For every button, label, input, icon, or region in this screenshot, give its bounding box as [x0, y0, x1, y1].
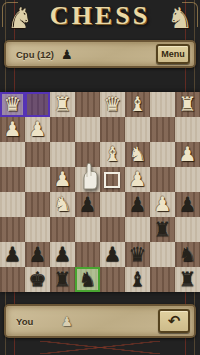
drag-hand-cursor-icon	[77, 160, 101, 190]
square-b7[interactable]: ♟	[25, 117, 50, 142]
black-pawn: ♟	[175, 192, 200, 217]
square-e1[interactable]	[100, 267, 125, 292]
white-pawn: ♟	[175, 142, 200, 167]
square-c7[interactable]	[50, 117, 75, 142]
square-f8[interactable]: ♝	[125, 92, 150, 117]
black-rook: ♜	[150, 217, 175, 242]
square-e8[interactable]: ♛	[100, 92, 125, 117]
you-player-label: You	[16, 316, 33, 327]
square-b1[interactable]: ♚	[25, 267, 50, 292]
square-g6[interactable]	[150, 142, 175, 167]
black-pawn: ♟	[125, 192, 150, 217]
white-pawn: ♟	[150, 192, 175, 217]
square-d7[interactable]	[75, 117, 100, 142]
square-a8[interactable]: ♛	[0, 92, 25, 117]
white-knight: ♞	[125, 142, 150, 167]
white-queen: ♛	[0, 92, 25, 117]
square-b8[interactable]	[25, 92, 50, 117]
white-pawn: ♟	[0, 117, 25, 142]
square-d4[interactable]: ♟	[75, 192, 100, 217]
square-e3[interactable]	[100, 217, 125, 242]
square-g4[interactable]: ♟	[150, 192, 175, 217]
square-e5[interactable]	[100, 167, 125, 192]
white-knight: ♞	[50, 192, 75, 217]
white-pawn: ♟	[125, 167, 150, 192]
square-h5[interactable]	[175, 167, 200, 192]
square-c6[interactable]	[50, 142, 75, 167]
chess-app-screen: ♞ CHESS ♞ Cpu (12) ♟ Menu ♛♜♛♝♜♟♟♝♞♟♟♟♞♟…	[0, 0, 200, 355]
square-f7[interactable]	[125, 117, 150, 142]
square-e7[interactable]	[100, 117, 125, 142]
undo-button[interactable]: ↶	[158, 309, 190, 333]
square-a5[interactable]	[0, 167, 25, 192]
square-g3[interactable]: ♜	[150, 217, 175, 242]
black-pawn: ♟	[0, 242, 25, 267]
square-a6[interactable]	[0, 142, 25, 167]
white-bishop: ♝	[125, 92, 150, 117]
black-king: ♚	[25, 267, 50, 292]
you-player-bar: You ♟ ↶	[4, 304, 196, 338]
black-pawn: ♟	[100, 242, 125, 267]
square-d8[interactable]	[75, 92, 100, 117]
square-f5[interactable]: ♟	[125, 167, 150, 192]
white-pawn-icon: ♟	[61, 315, 73, 328]
square-g1[interactable]	[150, 267, 175, 292]
square-f1[interactable]: ♝	[125, 267, 150, 292]
white-queen: ♛	[100, 92, 125, 117]
square-c3[interactable]	[50, 217, 75, 242]
square-c5[interactable]: ♟	[50, 167, 75, 192]
square-d3[interactable]	[75, 217, 100, 242]
square-b2[interactable]: ♟	[25, 242, 50, 267]
white-bishop: ♝	[100, 142, 125, 167]
square-g8[interactable]	[150, 92, 175, 117]
square-f4[interactable]: ♟	[125, 192, 150, 217]
square-g7[interactable]	[150, 117, 175, 142]
square-h6[interactable]: ♟	[175, 142, 200, 167]
square-e2[interactable]: ♟	[100, 242, 125, 267]
square-f2[interactable]: ♛	[125, 242, 150, 267]
menu-button[interactable]: Menu	[156, 44, 190, 64]
square-b3[interactable]	[25, 217, 50, 242]
square-a4[interactable]	[0, 192, 25, 217]
square-b4[interactable]	[25, 192, 50, 217]
white-pawn: ♟	[25, 117, 50, 142]
square-h4[interactable]: ♟	[175, 192, 200, 217]
square-c1[interactable]: ♜	[50, 267, 75, 292]
square-f3[interactable]	[125, 217, 150, 242]
square-a2[interactable]: ♟	[0, 242, 25, 267]
white-rook: ♜	[50, 92, 75, 117]
square-h8[interactable]: ♜	[175, 92, 200, 117]
black-pawn-icon: ♟	[61, 48, 73, 61]
square-d2[interactable]	[75, 242, 100, 267]
black-pawn: ♟	[50, 242, 75, 267]
square-b6[interactable]	[25, 142, 50, 167]
square-a1[interactable]	[0, 267, 25, 292]
black-queen: ♛	[125, 242, 150, 267]
cpu-player-label: Cpu (12)	[16, 49, 54, 60]
white-rook: ♜	[175, 92, 200, 117]
cpu-player-bar: Cpu (12) ♟ Menu	[4, 40, 196, 68]
square-e4[interactable]	[100, 192, 125, 217]
chess-board: ♛♜♛♝♜♟♟♝♞♟♟♟♞♟♟♟♟♜♟♟♟♟♛♞♚♜♞♝♜	[0, 92, 200, 292]
square-b5[interactable]	[25, 167, 50, 192]
square-h2[interactable]: ♞	[175, 242, 200, 267]
square-h7[interactable]	[175, 117, 200, 142]
bottom-flourish	[40, 341, 160, 354]
black-knight: ♞	[75, 267, 100, 292]
black-rook: ♜	[50, 267, 75, 292]
black-pawn: ♟	[25, 242, 50, 267]
square-a7[interactable]: ♟	[0, 117, 25, 142]
square-c2[interactable]: ♟	[50, 242, 75, 267]
black-pawn: ♟	[75, 192, 100, 217]
black-bishop: ♝	[125, 267, 150, 292]
square-g5[interactable]	[150, 167, 175, 192]
square-h1[interactable]: ♜	[175, 267, 200, 292]
header-knight-icon-right: ♞	[167, 0, 193, 36]
black-knight: ♞	[175, 242, 200, 267]
black-rook: ♜	[175, 267, 200, 292]
square-g2[interactable]	[150, 242, 175, 267]
square-c8[interactable]: ♜	[50, 92, 75, 117]
square-f6[interactable]: ♞	[125, 142, 150, 167]
square-a3[interactable]	[0, 217, 25, 242]
square-e6[interactable]: ♝	[100, 142, 125, 167]
square-h3[interactable]	[175, 217, 200, 242]
white-pawn: ♟	[50, 167, 75, 192]
square-d1[interactable]: ♞	[75, 267, 100, 292]
square-c4[interactable]: ♞	[50, 192, 75, 217]
